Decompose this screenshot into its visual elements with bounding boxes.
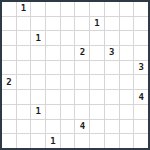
empty-cell-r0c4[interactable] bbox=[61, 2, 75, 16]
puzzle-board: 11123324141 bbox=[0, 0, 150, 150]
empty-cell-r5c8[interactable] bbox=[120, 75, 134, 89]
empty-cell-r5c1[interactable] bbox=[17, 75, 31, 89]
empty-cell-r6c0[interactable] bbox=[2, 90, 16, 104]
empty-cell-r0c6[interactable] bbox=[90, 2, 104, 16]
empty-cell-r8c2[interactable] bbox=[31, 120, 45, 134]
empty-cell-r4c1[interactable] bbox=[17, 61, 31, 75]
empty-cell-r8c6[interactable] bbox=[90, 120, 104, 134]
empty-cell-r8c8[interactable] bbox=[120, 120, 134, 134]
empty-cell-r0c7[interactable] bbox=[105, 2, 119, 16]
empty-cell-r9c5[interactable] bbox=[75, 134, 89, 148]
empty-cell-r1c4[interactable] bbox=[61, 17, 75, 31]
empty-cell-r3c2[interactable] bbox=[31, 46, 45, 60]
empty-cell-r7c5[interactable] bbox=[75, 105, 89, 119]
empty-cell-r2c0[interactable] bbox=[2, 31, 16, 45]
empty-cell-r0c2[interactable] bbox=[31, 2, 45, 16]
empty-cell-r3c4[interactable] bbox=[61, 46, 75, 60]
empty-cell-r4c4[interactable] bbox=[61, 61, 75, 75]
empty-cell-r3c9[interactable] bbox=[134, 46, 148, 60]
empty-cell-r1c1[interactable] bbox=[17, 17, 31, 31]
clue-cell-r8c5: 4 bbox=[75, 120, 89, 134]
empty-cell-r9c1[interactable] bbox=[17, 134, 31, 148]
clue-cell-r0c1: 1 bbox=[17, 2, 31, 16]
empty-cell-r5c6[interactable] bbox=[90, 75, 104, 89]
empty-cell-r9c2[interactable] bbox=[31, 134, 45, 148]
empty-cell-r5c4[interactable] bbox=[61, 75, 75, 89]
clue-cell-r3c5: 2 bbox=[75, 46, 89, 60]
empty-cell-r1c5[interactable] bbox=[75, 17, 89, 31]
empty-cell-r0c3[interactable] bbox=[46, 2, 60, 16]
clue-cell-r6c9: 4 bbox=[134, 90, 148, 104]
empty-cell-r2c4[interactable] bbox=[61, 31, 75, 45]
empty-cell-r8c1[interactable] bbox=[17, 120, 31, 134]
empty-cell-r2c8[interactable] bbox=[120, 31, 134, 45]
clue-cell-r7c2: 1 bbox=[31, 105, 45, 119]
empty-cell-r2c7[interactable] bbox=[105, 31, 119, 45]
puzzle-grid: 11123324141 bbox=[2, 2, 148, 148]
empty-cell-r2c6[interactable] bbox=[90, 31, 104, 45]
clue-cell-r9c3: 1 bbox=[46, 134, 60, 148]
empty-cell-r1c0[interactable] bbox=[2, 17, 16, 31]
empty-cell-r7c1[interactable] bbox=[17, 105, 31, 119]
empty-cell-r1c3[interactable] bbox=[46, 17, 60, 31]
empty-cell-r5c2[interactable] bbox=[31, 75, 45, 89]
empty-cell-r4c0[interactable] bbox=[2, 61, 16, 75]
empty-cell-r0c0[interactable] bbox=[2, 2, 16, 16]
empty-cell-r3c1[interactable] bbox=[17, 46, 31, 60]
empty-cell-r2c9[interactable] bbox=[134, 31, 148, 45]
empty-cell-r3c0[interactable] bbox=[2, 46, 16, 60]
empty-cell-r3c8[interactable] bbox=[120, 46, 134, 60]
empty-cell-r4c7[interactable] bbox=[105, 61, 119, 75]
clue-cell-r3c7: 3 bbox=[105, 46, 119, 60]
empty-cell-r5c9[interactable] bbox=[134, 75, 148, 89]
empty-cell-r0c5[interactable] bbox=[75, 2, 89, 16]
empty-cell-r2c5[interactable] bbox=[75, 31, 89, 45]
empty-cell-r0c9[interactable] bbox=[134, 2, 148, 16]
empty-cell-r9c4[interactable] bbox=[61, 134, 75, 148]
empty-cell-r1c2[interactable] bbox=[31, 17, 45, 31]
empty-cell-r4c2[interactable] bbox=[31, 61, 45, 75]
empty-cell-r7c6[interactable] bbox=[90, 105, 104, 119]
empty-cell-r7c7[interactable] bbox=[105, 105, 119, 119]
empty-cell-r9c9[interactable] bbox=[134, 134, 148, 148]
empty-cell-r8c9[interactable] bbox=[134, 120, 148, 134]
empty-cell-r6c2[interactable] bbox=[31, 90, 45, 104]
empty-cell-r6c5[interactable] bbox=[75, 90, 89, 104]
empty-cell-r6c3[interactable] bbox=[46, 90, 60, 104]
empty-cell-r4c8[interactable] bbox=[120, 61, 134, 75]
empty-cell-r7c4[interactable] bbox=[61, 105, 75, 119]
empty-cell-r1c9[interactable] bbox=[134, 17, 148, 31]
empty-cell-r6c1[interactable] bbox=[17, 90, 31, 104]
empty-cell-r6c4[interactable] bbox=[61, 90, 75, 104]
empty-cell-r3c6[interactable] bbox=[90, 46, 104, 60]
empty-cell-r2c1[interactable] bbox=[17, 31, 31, 45]
empty-cell-r5c3[interactable] bbox=[46, 75, 60, 89]
empty-cell-r5c5[interactable] bbox=[75, 75, 89, 89]
empty-cell-r8c7[interactable] bbox=[105, 120, 119, 134]
empty-cell-r2c3[interactable] bbox=[46, 31, 60, 45]
empty-cell-r6c8[interactable] bbox=[120, 90, 134, 104]
empty-cell-r7c0[interactable] bbox=[2, 105, 16, 119]
empty-cell-r9c7[interactable] bbox=[105, 134, 119, 148]
empty-cell-r1c7[interactable] bbox=[105, 17, 119, 31]
clue-cell-r5c0: 2 bbox=[2, 75, 16, 89]
clue-cell-r1c6: 1 bbox=[90, 17, 104, 31]
empty-cell-r4c6[interactable] bbox=[90, 61, 104, 75]
clue-cell-r4c9: 3 bbox=[134, 61, 148, 75]
empty-cell-r4c3[interactable] bbox=[46, 61, 60, 75]
empty-cell-r9c6[interactable] bbox=[90, 134, 104, 148]
empty-cell-r7c8[interactable] bbox=[120, 105, 134, 119]
empty-cell-r0c8[interactable] bbox=[120, 2, 134, 16]
empty-cell-r4c5[interactable] bbox=[75, 61, 89, 75]
empty-cell-r8c0[interactable] bbox=[2, 120, 16, 134]
empty-cell-r6c7[interactable] bbox=[105, 90, 119, 104]
empty-cell-r8c3[interactable] bbox=[46, 120, 60, 134]
empty-cell-r7c3[interactable] bbox=[46, 105, 60, 119]
empty-cell-r9c8[interactable] bbox=[120, 134, 134, 148]
empty-cell-r5c7[interactable] bbox=[105, 75, 119, 89]
empty-cell-r3c3[interactable] bbox=[46, 46, 60, 60]
empty-cell-r8c4[interactable] bbox=[61, 120, 75, 134]
empty-cell-r7c9[interactable] bbox=[134, 105, 148, 119]
clue-cell-r2c2: 1 bbox=[31, 31, 45, 45]
empty-cell-r6c6[interactable] bbox=[90, 90, 104, 104]
empty-cell-r1c8[interactable] bbox=[120, 17, 134, 31]
empty-cell-r9c0[interactable] bbox=[2, 134, 16, 148]
